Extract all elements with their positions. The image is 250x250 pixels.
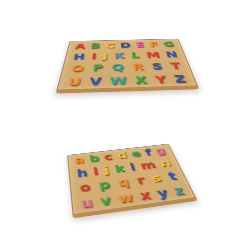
- letter-tile-T: T: [169, 61, 182, 70]
- letter-tile-d: d: [116, 151, 128, 160]
- letter-tile-s: s: [150, 173, 163, 184]
- letter-tile-Y: Y: [154, 74, 167, 84]
- letter-tile-z: z: [172, 185, 186, 197]
- letter-tile-n: n: [159, 158, 173, 168]
- letter-tile-E: E: [135, 41, 145, 48]
- letter-tile-l: l: [129, 162, 137, 171]
- letter-tile-v: v: [99, 195, 112, 208]
- letter-tile-V: V: [89, 76, 102, 86]
- letter-tile-j: j: [103, 165, 110, 175]
- letter-tile-y: y: [155, 187, 169, 199]
- letter-tile-N: N: [164, 50, 178, 58]
- letter-tile-R: R: [132, 62, 144, 71]
- letter-tile-S: S: [151, 62, 163, 71]
- lowercase-alphabet-board: abcdefghijklmnopqrstuvwxyz: [67, 144, 198, 219]
- letter-tile-x: x: [138, 189, 152, 201]
- letter-tile-t: t: [167, 171, 178, 181]
- letter-tile-O: O: [71, 64, 85, 73]
- letter-tile-p: p: [98, 179, 111, 190]
- uppercase-alphabet-board: ABCDEFGHIJKLMNOPQRSTUVWXYZ: [56, 39, 200, 94]
- letter-tile-J: J: [103, 52, 108, 60]
- letter-tile-A: A: [75, 43, 86, 50]
- letter-tile-a: a: [74, 156, 85, 166]
- letter-tile-m: m: [139, 160, 157, 171]
- letter-tile-c: c: [103, 153, 113, 162]
- letter-tile-D: D: [120, 42, 131, 49]
- letter-tile-U: U: [67, 76, 82, 86]
- letter-tile-b: b: [88, 154, 100, 163]
- product-photo-stage: ABCDEFGHIJKLMNOPQRSTUVWXYZ abcdefghijklm…: [0, 0, 250, 250]
- upper-board-wrap: ABCDEFGHIJKLMNOPQRSTUVWXYZ: [64, 19, 188, 105]
- letter-tile-I: I: [91, 52, 97, 60]
- letter-tile-k: k: [114, 164, 126, 174]
- letter-tile-X: X: [135, 75, 148, 85]
- letter-tile-e: e: [130, 149, 142, 158]
- letter-tile-F: F: [149, 41, 159, 48]
- letter-row: UVWXYZ: [58, 71, 197, 89]
- letter-tile-G: G: [162, 41, 175, 48]
- letter-tile-C: C: [105, 42, 115, 49]
- letter-tile-H: H: [73, 52, 86, 60]
- letter-tile-f: f: [144, 148, 153, 157]
- letter-tile-W: W: [110, 75, 127, 85]
- letter-tile-K: K: [114, 52, 125, 60]
- letter-tile-P: P: [92, 63, 103, 72]
- letter-tile-Z: Z: [173, 74, 187, 84]
- letter-tile-Q: Q: [112, 63, 125, 72]
- letter-tile-L: L: [131, 51, 141, 59]
- letter-tile-g: g: [154, 147, 167, 156]
- letter-tile-M: M: [145, 51, 160, 59]
- letter-tile-o: o: [79, 182, 91, 194]
- letter-tile-i: i: [92, 167, 99, 177]
- letter-tile-u: u: [80, 197, 93, 210]
- letter-tile-w: w: [117, 192, 135, 205]
- letter-tile-B: B: [90, 42, 100, 49]
- lower-board-wrap: abcdefghijklmnopqrstuvwxyz: [70, 129, 184, 223]
- letter-tile-h: h: [76, 168, 88, 179]
- letter-tile-r: r: [135, 175, 146, 186]
- letter-tile-q: q: [117, 177, 131, 188]
